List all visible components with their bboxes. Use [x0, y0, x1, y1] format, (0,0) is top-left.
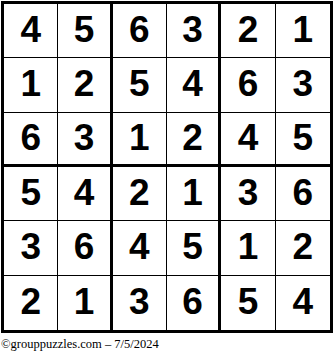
cell-r6c2: 1 [58, 276, 112, 330]
cell-r2c3: 5 [113, 58, 167, 112]
cell-r2c6: 3 [276, 58, 330, 112]
cell-r4c3: 2 [113, 167, 167, 221]
cell-r3c3: 1 [113, 113, 167, 167]
cell-r4c5: 3 [221, 167, 275, 221]
cell-r3c5: 4 [221, 113, 275, 167]
cell-r4c2: 4 [58, 167, 112, 221]
cell-r3c6: 5 [276, 113, 330, 167]
cell-r6c4: 6 [167, 276, 221, 330]
cell-r4c6: 6 [276, 167, 330, 221]
cell-r1c3: 6 [113, 4, 167, 58]
cell-r6c5: 5 [221, 276, 275, 330]
cell-r6c3: 3 [113, 276, 167, 330]
cell-r5c3: 4 [113, 221, 167, 275]
cell-r1c5: 2 [221, 4, 275, 58]
cell-r2c2: 2 [58, 58, 112, 112]
cell-r5c5: 1 [221, 221, 275, 275]
cell-r3c4: 2 [167, 113, 221, 167]
sudoku-board: 456321125463631245542136364512213654 [1, 1, 333, 333]
cell-r6c6: 4 [276, 276, 330, 330]
cell-r2c1: 1 [4, 58, 58, 112]
cell-r2c4: 4 [167, 58, 221, 112]
cell-r1c4: 3 [167, 4, 221, 58]
cell-r1c6: 1 [276, 4, 330, 58]
cell-r1c2: 5 [58, 4, 112, 58]
cell-r5c4: 5 [167, 221, 221, 275]
puzzle-page: 456321125463631245542136364512213654 ©gr… [0, 0, 335, 357]
copyright-footer: ©grouppuzzles.com – 7/5/2024 [1, 337, 335, 352]
cell-r4c1: 5 [4, 167, 58, 221]
cell-r5c1: 3 [4, 221, 58, 275]
cell-r3c2: 3 [58, 113, 112, 167]
cell-r5c6: 2 [276, 221, 330, 275]
cell-r5c2: 6 [58, 221, 112, 275]
cell-r3c1: 6 [4, 113, 58, 167]
cell-r6c1: 2 [4, 276, 58, 330]
cell-r4c4: 1 [167, 167, 221, 221]
cell-r2c5: 6 [221, 58, 275, 112]
cell-r1c1: 4 [4, 4, 58, 58]
